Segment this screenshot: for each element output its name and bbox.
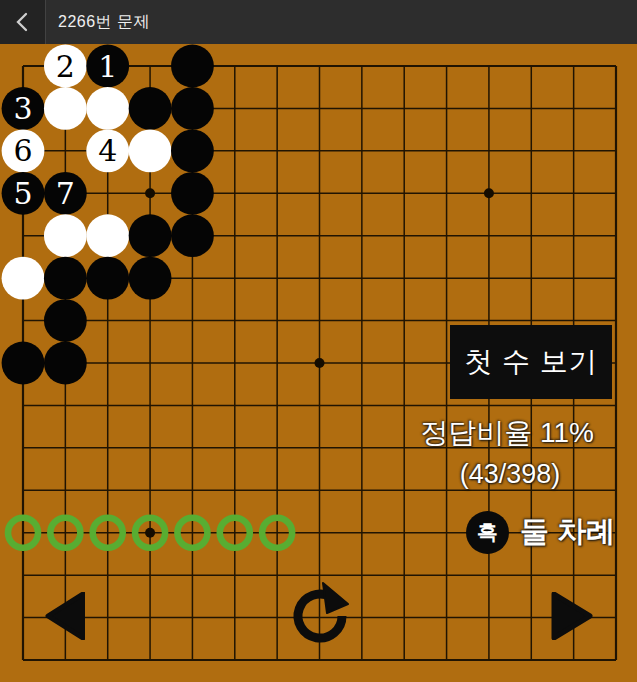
back-button[interactable]	[0, 0, 46, 44]
next-move-button[interactable]	[551, 592, 593, 640]
move-number: 1	[98, 49, 117, 84]
stone-white	[86, 214, 129, 257]
top-bar: 2266번 문제	[0, 0, 637, 44]
star-point	[145, 188, 155, 198]
move-number: 4	[98, 133, 117, 168]
stone-black	[129, 214, 172, 257]
refresh-icon	[298, 583, 348, 638]
move-number: 5	[13, 176, 32, 211]
stone-black	[44, 342, 87, 385]
stone-white	[44, 87, 87, 130]
move-number: 7	[56, 176, 75, 211]
stone-black	[129, 257, 172, 300]
retry-button[interactable]	[287, 578, 353, 646]
turn-label: 둘 차례	[520, 512, 615, 552]
black-stone-icon: 흑	[466, 511, 509, 554]
first-move-button[interactable]: 첫 수 보기	[450, 325, 612, 399]
arrow-left-icon	[48, 594, 83, 638]
arrow-right-icon	[554, 594, 590, 638]
prev-move-button[interactable]	[45, 592, 85, 640]
star-point	[145, 528, 155, 538]
move-number: 2	[56, 49, 75, 84]
stone-white	[86, 87, 129, 130]
stone-black	[86, 257, 129, 300]
stone-black	[171, 214, 214, 257]
stone-black	[171, 129, 214, 172]
move-number: 6	[13, 133, 32, 168]
stone-white	[129, 129, 172, 172]
app-screen: 2266번 문제 1234567 첫 수 보기 정답비율 11% (43/398…	[0, 0, 637, 682]
answer-count-text: (43/398)	[400, 459, 620, 490]
stone-white	[2, 257, 45, 300]
stone-black	[44, 257, 87, 300]
chevron-left-icon	[11, 10, 35, 34]
turn-indicator: 흑 둘 차례	[466, 510, 615, 554]
stone-black	[129, 87, 172, 130]
stone-black	[44, 299, 87, 342]
star-point	[484, 188, 494, 198]
stone-black	[171, 45, 214, 88]
page-title: 2266번 문제	[58, 0, 150, 44]
stone-black	[2, 342, 45, 385]
move-number: 3	[13, 91, 32, 126]
answer-rate-text: 정답비율 11%	[397, 414, 617, 452]
star-point	[315, 358, 325, 368]
stone-black	[171, 87, 214, 130]
stone-white	[44, 214, 87, 257]
stone-black	[171, 172, 214, 215]
